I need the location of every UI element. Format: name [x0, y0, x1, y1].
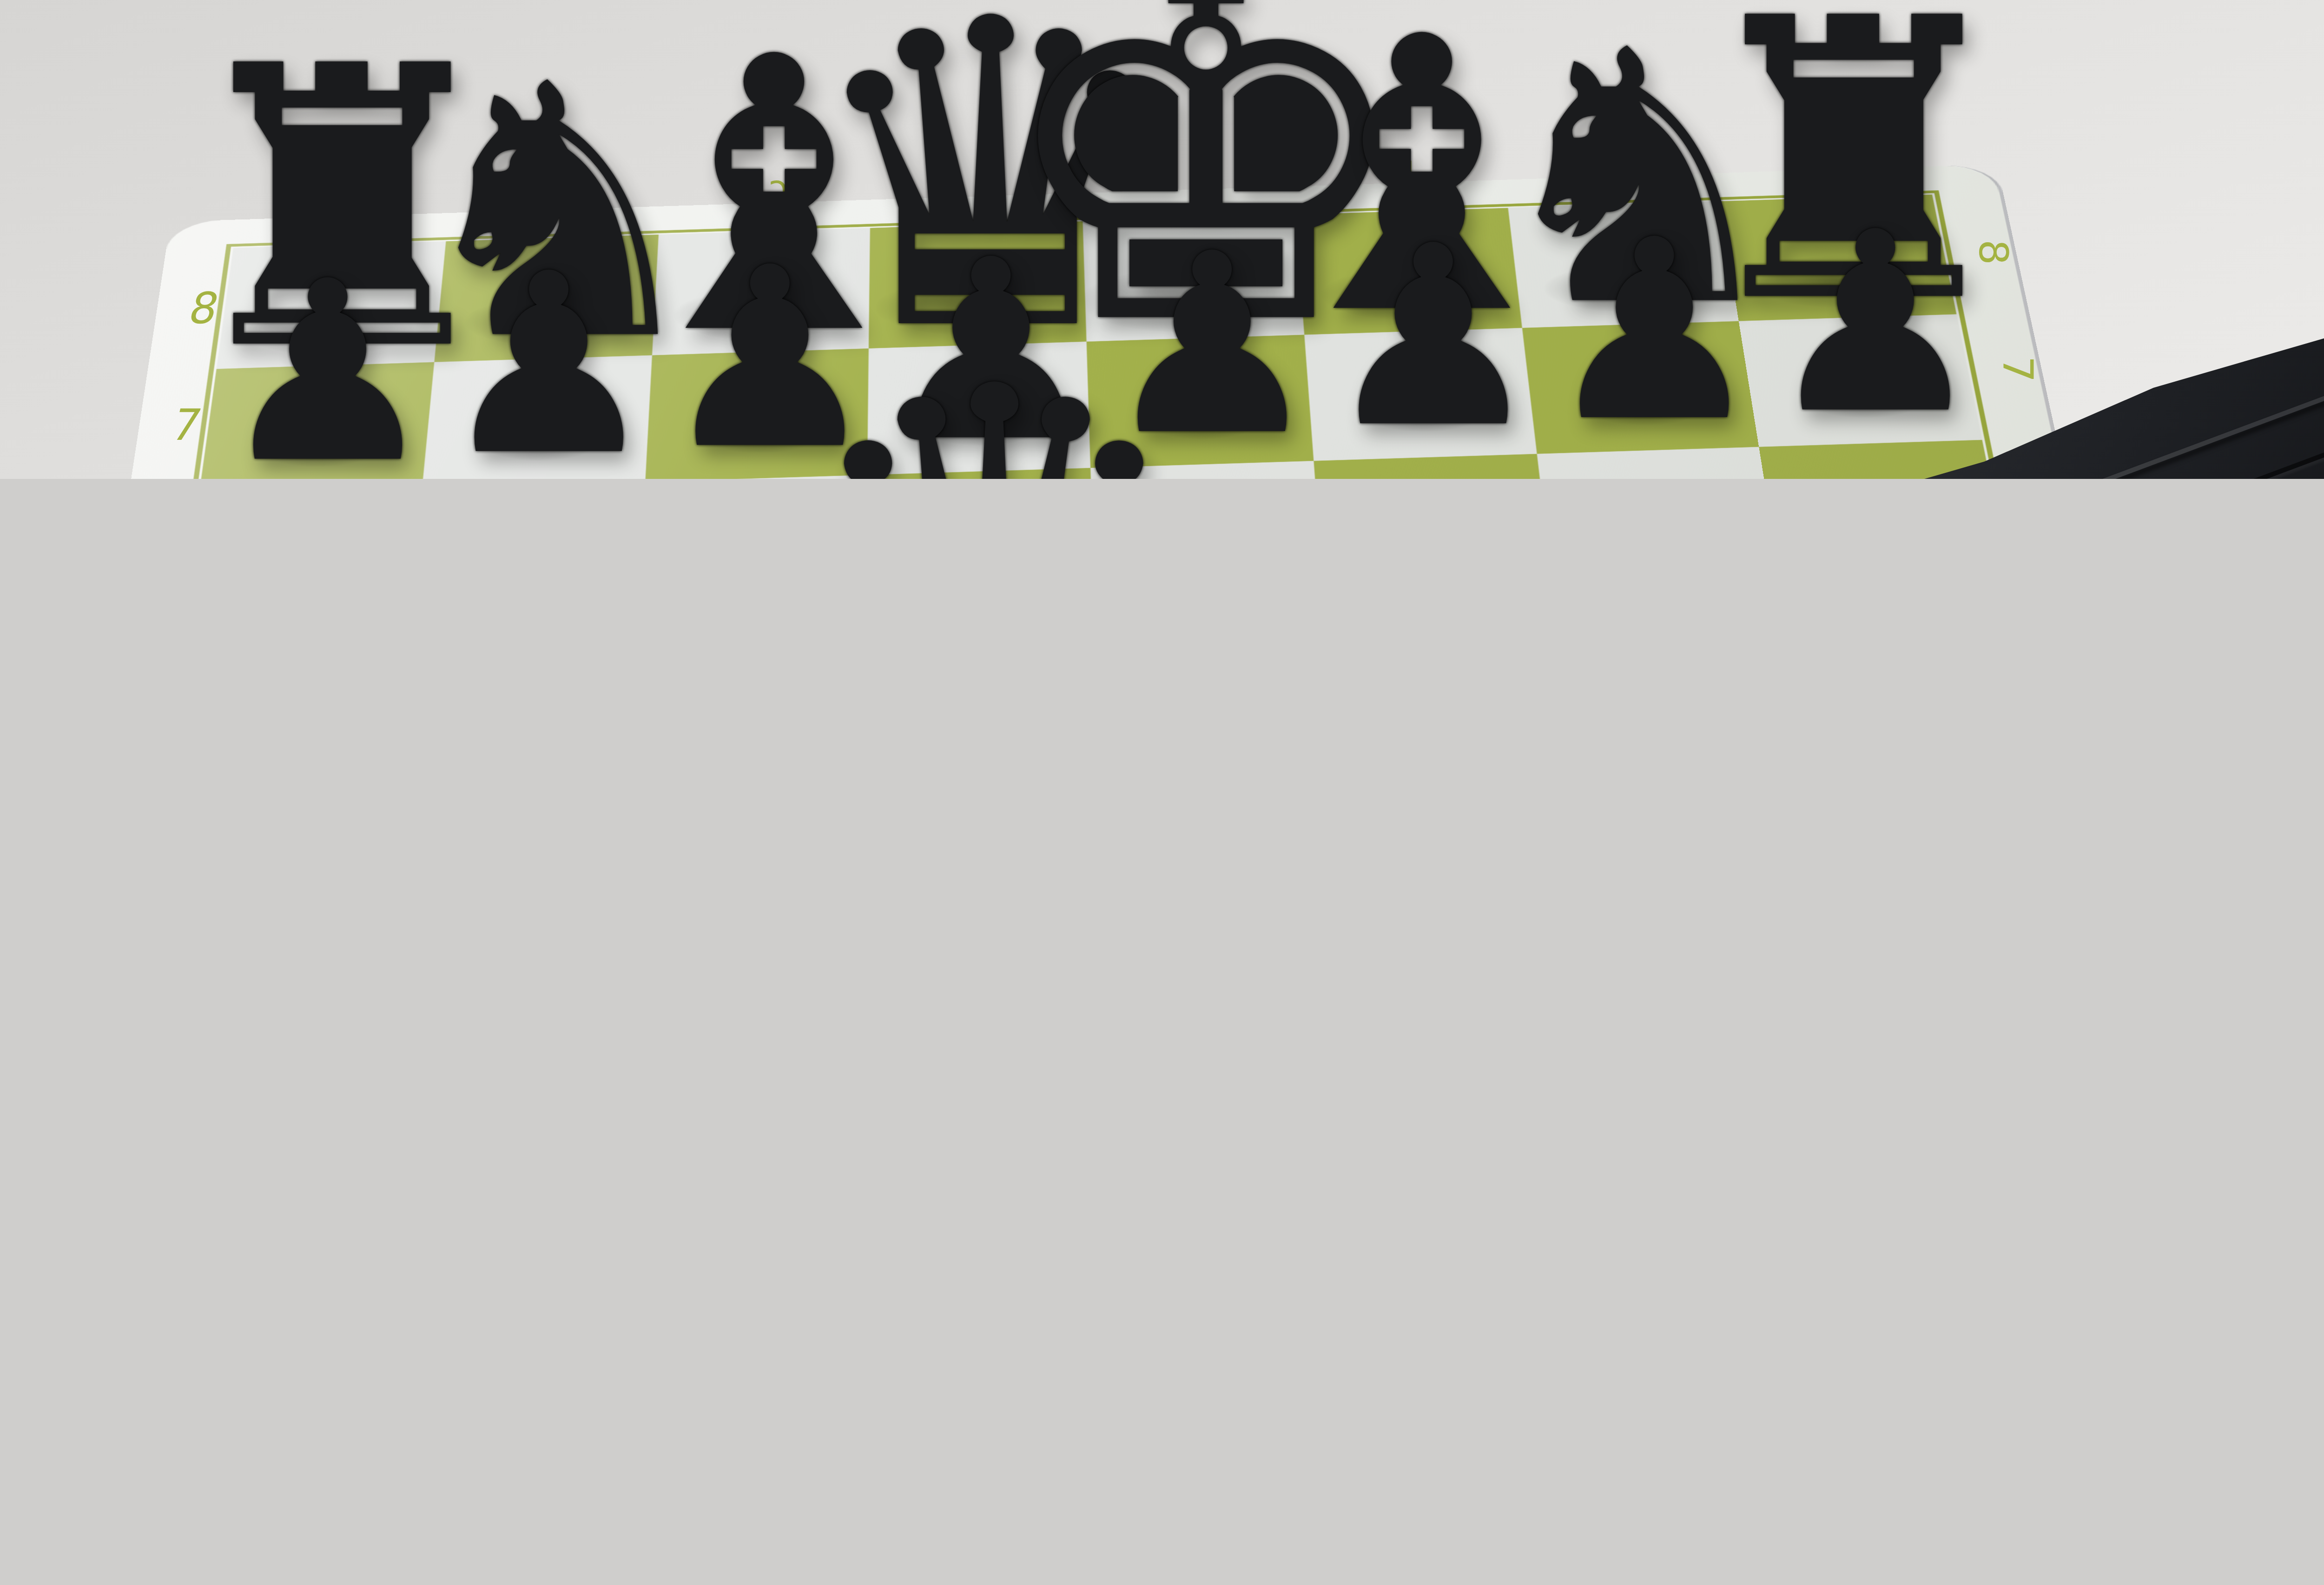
square-c8[interactable] — [652, 228, 871, 355]
photo-stage: abcdefghabcdefgh1234567812345678 ♜♞♝♛♚♝♞… — [0, 0, 2324, 479]
square-e7[interactable] — [1087, 335, 1314, 468]
square-e8[interactable] — [1083, 215, 1304, 342]
square-b7[interactable] — [422, 355, 651, 479]
square-f7[interactable] — [1304, 328, 1536, 461]
square-c7[interactable] — [645, 348, 869, 479]
square-a8[interactable] — [217, 241, 446, 369]
square-h7[interactable] — [1739, 314, 1982, 446]
vinyl-chess-mat — [0, 164, 2281, 479]
chessboard-grid[interactable] — [72, 194, 2167, 479]
square-b8[interactable] — [434, 235, 658, 362]
board-scene — [0, 0, 2280, 479]
square-d7[interactable] — [867, 341, 1090, 474]
square-a7[interactable] — [199, 362, 434, 479]
square-f8[interactable] — [1295, 208, 1521, 334]
square-g8[interactable] — [1507, 201, 1739, 328]
square-g7[interactable] — [1521, 321, 1759, 453]
square-h8[interactable] — [1720, 194, 1956, 321]
square-d8[interactable] — [869, 221, 1087, 348]
